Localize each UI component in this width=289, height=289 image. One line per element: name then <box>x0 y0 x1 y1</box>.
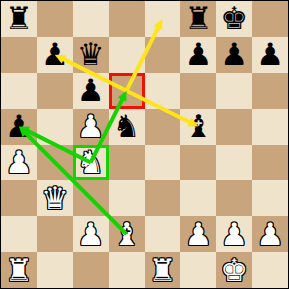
square-e4[interactable] <box>145 145 181 181</box>
square-c6[interactable]: ♟ <box>73 73 109 109</box>
black-pawn-f7[interactable]: ♟ <box>180 37 216 73</box>
square-b4[interactable] <box>37 145 73 181</box>
square-b8[interactable] <box>37 1 73 37</box>
square-g2[interactable]: ♟ <box>216 216 252 252</box>
square-d8[interactable] <box>109 1 145 37</box>
square-g4[interactable] <box>216 145 252 181</box>
square-b7[interactable]: ♟ <box>37 37 73 73</box>
square-h3[interactable] <box>252 180 288 216</box>
square-f2[interactable]: ♟ <box>180 216 216 252</box>
black-knight-d5[interactable]: ♞ <box>109 109 145 145</box>
square-a8[interactable]: ♜ <box>1 1 37 37</box>
square-c7[interactable]: ♛ <box>73 37 109 73</box>
square-h4[interactable] <box>252 145 288 181</box>
square-e5[interactable] <box>145 109 181 145</box>
square-e7[interactable] <box>145 37 181 73</box>
square-d5[interactable]: ♞ <box>109 109 145 145</box>
white-pawn-h2[interactable]: ♟ <box>252 216 288 252</box>
square-a2[interactable] <box>1 216 37 252</box>
white-rook-a1[interactable]: ♜ <box>1 252 37 288</box>
square-a5[interactable]: ♟ <box>1 109 37 145</box>
square-b1[interactable] <box>37 252 73 288</box>
square-c3[interactable] <box>73 180 109 216</box>
square-b5[interactable] <box>37 109 73 145</box>
black-pawn-c6[interactable]: ♟ <box>73 73 109 109</box>
square-h8[interactable] <box>252 1 288 37</box>
square-a3[interactable] <box>1 180 37 216</box>
black-pawn-g7[interactable]: ♟ <box>216 37 252 73</box>
square-g7[interactable]: ♟ <box>216 37 252 73</box>
black-pawn-a5[interactable]: ♟ <box>1 109 37 145</box>
square-c4[interactable]: ♞ <box>73 145 109 181</box>
square-b3[interactable]: ♛ <box>37 180 73 216</box>
white-pawn-g2[interactable]: ♟ <box>216 216 252 252</box>
square-e3[interactable] <box>145 180 181 216</box>
white-pawn-f2[interactable]: ♟ <box>180 216 216 252</box>
square-e2[interactable] <box>145 216 181 252</box>
chess-board: ♜♜♚♟♛♟♟♟♟♟♟♞♝♟♞♛♟♝♟♟♟♜♜♚ <box>1 1 288 288</box>
square-g3[interactable] <box>216 180 252 216</box>
square-h2[interactable]: ♟ <box>252 216 288 252</box>
white-queen-b3[interactable]: ♛ <box>37 180 73 216</box>
square-h1[interactable] <box>252 252 288 288</box>
red-highlight-square-d6 <box>109 73 145 109</box>
black-rook-f8[interactable]: ♜ <box>180 1 216 37</box>
square-g1[interactable]: ♚ <box>216 252 252 288</box>
black-pawn-b7[interactable]: ♟ <box>37 37 73 73</box>
white-knight-c4[interactable]: ♞ <box>73 145 109 181</box>
square-d2[interactable]: ♝ <box>109 216 145 252</box>
black-bishop-f5[interactable]: ♝ <box>180 109 216 145</box>
square-f4[interactable] <box>180 145 216 181</box>
square-c2[interactable]: ♟ <box>73 216 109 252</box>
white-king-g1[interactable]: ♚ <box>216 252 252 288</box>
square-e1[interactable]: ♜ <box>145 252 181 288</box>
square-f7[interactable]: ♟ <box>180 37 216 73</box>
square-c1[interactable] <box>73 252 109 288</box>
square-h7[interactable]: ♟ <box>252 37 288 73</box>
square-d1[interactable] <box>109 252 145 288</box>
square-f6[interactable] <box>180 73 216 109</box>
black-rook-a8[interactable]: ♜ <box>1 1 37 37</box>
black-queen-c7[interactable]: ♛ <box>73 37 109 73</box>
square-a6[interactable] <box>1 73 37 109</box>
white-rook-e1[interactable]: ♜ <box>145 252 181 288</box>
square-f3[interactable] <box>180 180 216 216</box>
square-d7[interactable] <box>109 37 145 73</box>
square-b6[interactable] <box>37 73 73 109</box>
square-f1[interactable] <box>180 252 216 288</box>
chess-board-frame: ♜♜♚♟♛♟♟♟♟♟♟♞♝♟♞♛♟♝♟♟♟♜♜♚ <box>0 0 289 289</box>
square-d6[interactable] <box>109 73 145 109</box>
square-b2[interactable] <box>37 216 73 252</box>
white-pawn-c5[interactable]: ♟ <box>73 109 109 145</box>
square-f5[interactable]: ♝ <box>180 109 216 145</box>
white-bishop-d2[interactable]: ♝ <box>109 216 145 252</box>
square-h5[interactable] <box>252 109 288 145</box>
square-d4[interactable] <box>109 145 145 181</box>
square-h6[interactable] <box>252 73 288 109</box>
square-g8[interactable]: ♚ <box>216 1 252 37</box>
square-e6[interactable] <box>145 73 181 109</box>
square-a4[interactable]: ♟ <box>1 145 37 181</box>
square-a7[interactable] <box>1 37 37 73</box>
white-pawn-c2[interactable]: ♟ <box>73 216 109 252</box>
black-king-g8[interactable]: ♚ <box>216 1 252 37</box>
square-e8[interactable] <box>145 1 181 37</box>
black-pawn-h7[interactable]: ♟ <box>252 37 288 73</box>
square-c5[interactable]: ♟ <box>73 109 109 145</box>
square-g5[interactable] <box>216 109 252 145</box>
white-pawn-a4[interactable]: ♟ <box>1 145 37 181</box>
square-c8[interactable] <box>73 1 109 37</box>
square-g6[interactable] <box>216 73 252 109</box>
square-f8[interactable]: ♜ <box>180 1 216 37</box>
square-d3[interactable] <box>109 180 145 216</box>
square-a1[interactable]: ♜ <box>1 252 37 288</box>
